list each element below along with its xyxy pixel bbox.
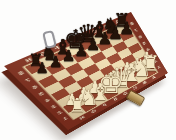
piece-white-rook-h1: ♜ — [68, 96, 87, 115]
piece-black-pawn-h7: ♟ — [35, 61, 50, 76]
chess-set-photo: ABCDEFGH ABCDEFGH 87654321 87654321 ♜♞♟♝… — [0, 0, 176, 140]
piece-black-pawn-g7: ♟ — [48, 55, 63, 70]
piece-black-pawn-f7: ♟ — [61, 49, 76, 64]
pieces-layer: ♜♞♟♝♟♛♟♚♟♝♟♞♟♟♜♟♟♜♟♟♞♟♝♟♛♚♟♝♟♞♟♜ — [0, 0, 176, 140]
photo-content: ABCDEFGH ABCDEFGH 87654321 87654321 ♜♞♟♝… — [0, 0, 176, 140]
